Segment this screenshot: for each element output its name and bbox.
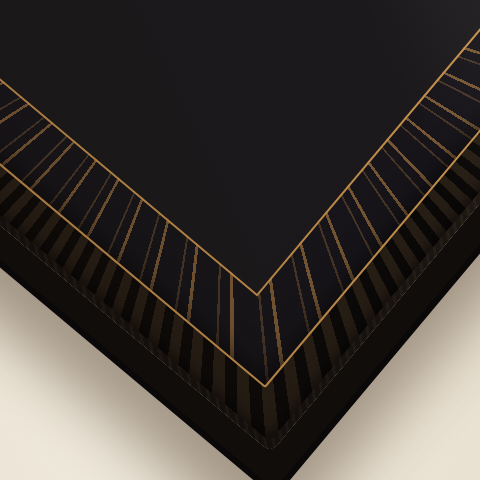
- leather-chess-box: [0, 0, 480, 453]
